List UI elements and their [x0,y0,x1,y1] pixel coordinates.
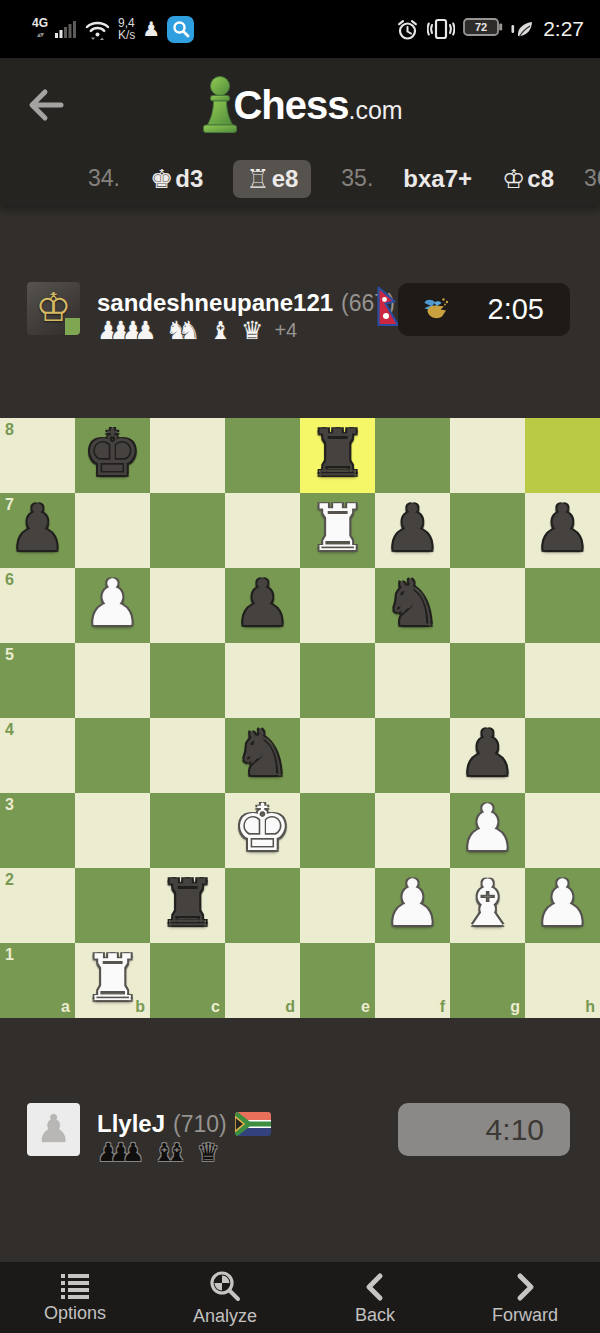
chess-app-screen: 4G ▴▾ 9,4 K/s ♟ [0,0,600,1333]
square-e7[interactable]: ♜ [300,493,375,568]
back-move-button[interactable]: Back [300,1262,450,1333]
move-figurine-icon: ♖ [246,164,269,194]
network-speed-indicator: 9,4 K/s [118,17,135,41]
captured-piece-group: ♛ [241,318,263,343]
square-d2[interactable] [225,868,300,943]
top-player-username: sandeshneupane121 [97,289,333,317]
square-b4[interactable] [75,718,150,793]
square-c4[interactable] [150,718,225,793]
square-h5[interactable] [525,643,600,718]
square-f7[interactable]: ♟ [375,493,450,568]
bottom-player-clock: 4:10 [398,1103,570,1156]
network-speed-unit: K/s [118,29,135,41]
square-e2[interactable] [300,868,375,943]
square-c2[interactable]: ♜ [150,868,225,943]
piece-white-rook: ♜ [84,946,141,1010]
piece-white-pawn: ♟ [84,571,141,635]
status-right-cluster: 72 2:27 [396,17,584,41]
square-b7[interactable] [75,493,150,568]
square-f6[interactable]: ♞ [375,568,450,643]
square-f3[interactable] [375,793,450,868]
south-africa-flag-icon [235,1112,271,1136]
square-b5[interactable] [75,643,150,718]
move-text: d3 [175,165,203,193]
square-g7[interactable] [450,493,525,568]
network-type-label: 4G [32,18,48,29]
square-d3[interactable]: ♚ [225,793,300,868]
analyze-icon [209,1270,242,1303]
square-c1[interactable]: c [150,943,225,1018]
piece-white-pawn: ♟ [459,796,516,860]
battery-indicator: 72 [463,17,503,41]
captured-piece: ♝ [210,318,232,343]
captured-piece-group: ♛ [197,1140,219,1165]
forward-label: Forward [492,1305,558,1326]
rank-label-4: 4 [5,722,14,738]
move-text: bxa7+ [403,165,472,193]
analyze-label: Analyze [193,1306,257,1327]
file-label-h: h [585,999,595,1015]
rank-label-8: 8 [5,422,14,438]
piece-white-pawn: ♟ [384,871,441,935]
square-a7[interactable]: 7♟ [0,493,75,568]
file-label-f: f [440,999,445,1015]
chess-board: 8♚♜7♟♜♟♟6♟♟♞54♞♟3♚♟2♜♟♝♟1ab♜cdefgh [0,418,600,1018]
rank-label-1: 1 [5,947,14,963]
chevron-left-icon [362,1272,388,1302]
square-f2[interactable]: ♟ [375,868,450,943]
top-player-avatar[interactable]: ♔ [27,282,80,335]
square-a8[interactable]: 8 [0,418,75,493]
avatar-green-corner [65,318,80,335]
square-d8[interactable] [225,418,300,493]
square-e3[interactable] [300,793,375,868]
captured-piece-group: ♝ [210,318,232,343]
move-figurine-icon: ♚ [150,164,173,194]
move-list-bar: 34.♚d3♖e835.bxa7+♔c836 [0,152,600,205]
file-label-c: c [211,999,220,1015]
search-app-icon [167,16,194,43]
square-h3[interactable] [525,793,600,868]
bird-flair-icon [422,297,450,323]
rank-label-5: 5 [5,647,14,663]
file-label-g: g [510,999,520,1015]
square-d6[interactable]: ♟ [225,568,300,643]
square-a2[interactable]: 2 [0,868,75,943]
chesscom-logo-text: Chess [233,83,348,128]
forward-move-button[interactable]: Forward [450,1262,600,1333]
piece-black-pawn: ♟ [534,496,591,560]
piece-black-pawn: ♟ [384,496,441,560]
piece-black-pawn: ♟ [234,571,291,635]
bottom-player-username: LlyleJ [97,1110,165,1138]
square-g2[interactable]: ♝ [450,868,525,943]
options-label: Options [44,1303,106,1324]
piece-black-rook: ♜ [309,421,366,485]
rank-label-2: 2 [5,872,14,888]
square-g5[interactable] [450,643,525,718]
captured-piece: ♟ [134,318,156,343]
square-h2[interactable]: ♟ [525,868,600,943]
square-e1[interactable]: e [300,943,375,1018]
move-d3[interactable]: ♚d3 [150,164,203,194]
move-bxa7+[interactable]: bxa7+ [403,165,472,193]
square-e8[interactable]: ♜ [300,418,375,493]
square-e6[interactable] [300,568,375,643]
move-number: 36 [584,165,600,192]
captured-piece-group: ♞♞ [166,318,201,343]
chesscom-logo: Chess .com [0,58,600,152]
captured-piece: ♞ [178,318,200,343]
square-c5[interactable] [150,643,225,718]
vibrate-mode-icon [427,17,455,41]
rank-label-3: 3 [5,797,14,813]
square-d5[interactable] [225,643,300,718]
square-a4[interactable]: 4 [0,718,75,793]
bottom-player-rating: (710) [173,1111,227,1138]
top-player-section: ♔ sandeshneupane121 (667) ♟♟♟♟♞♞♝♛+4 2:0… [0,205,600,418]
chess-notification-pawn-icon: ♟ [142,19,160,39]
bottom-player-captured-pieces: ♟♟♟♝♝♛ [97,1140,229,1165]
square-d4[interactable]: ♞ [225,718,300,793]
square-b2[interactable] [75,868,150,943]
captured-piece: ♟ [122,1140,144,1165]
piece-black-pawn: ♟ [459,721,516,785]
piece-white-bishop: ♝ [459,871,516,935]
captured-piece-group: ♟♟♟ [97,1140,144,1165]
captured-piece: ♛ [197,1140,219,1165]
square-g3[interactable]: ♟ [450,793,525,868]
bottom-player-section: ♟ LlyleJ (710) ♟♟♟♝♝♛ 4:10 [0,1018,600,1262]
bottom-player-avatar[interactable]: ♟ [27,1103,80,1156]
square-c7[interactable] [150,493,225,568]
move-c8[interactable]: ♔c8 [502,164,554,194]
captured-piece: ♛ [241,318,263,343]
piece-black-knight: ♞ [234,721,291,785]
piece-black-king: ♚ [84,421,141,485]
top-player-captured-pieces: ♟♟♟♟♞♞♝♛+4 [97,318,297,343]
material-advantage: +4 [274,319,297,342]
chesscom-logo-pawn-icon [197,72,243,134]
square-g4[interactable]: ♟ [450,718,525,793]
square-d7[interactable] [225,493,300,568]
network-traffic-arrows-icon: ▴▾ [37,29,43,40]
square-f4[interactable] [375,718,450,793]
captured-piece-group: ♟♟♟♟ [97,318,157,343]
square-b3[interactable] [75,793,150,868]
square-a3[interactable]: 3 [0,793,75,868]
square-g1[interactable]: g [450,943,525,1018]
rank-label-6: 6 [5,572,14,588]
square-a1[interactable]: 1a [0,943,75,1018]
square-h7[interactable]: ♟ [525,493,600,568]
square-c3[interactable] [150,793,225,868]
app-header: Chess .com [0,58,600,152]
square-a6[interactable]: 6 [0,568,75,643]
square-f5[interactable] [375,643,450,718]
status-bar: 4G ▴▾ 9,4 K/s ♟ [0,0,600,58]
avatar-gray-pawn-image: ♟ [27,1107,80,1151]
bottom-player-time: 4:10 [486,1113,544,1147]
bottom-player-name-row[interactable]: LlyleJ (710) [97,1110,271,1138]
top-player-name-row[interactable]: sandeshneupane121 (667) [97,289,395,317]
move-text: c8 [527,165,554,193]
move-figurine-icon: ♔ [502,164,525,194]
network-type-indicator: 4G ▴▾ [32,18,48,40]
square-b6[interactable]: ♟ [75,568,150,643]
square-f1[interactable]: f [375,943,450,1018]
signal-strength-icon [55,19,77,39]
square-a5[interactable]: 5 [0,643,75,718]
square-h4[interactable] [525,718,600,793]
system-clock: 2:27 [543,17,584,41]
square-h1[interactable]: h [525,943,600,1018]
piece-white-king: ♚ [234,796,291,860]
top-player-clock: 2:05 [398,283,570,336]
battery-percent: 72 [466,21,496,33]
square-e5[interactable] [300,643,375,718]
alarm-clock-icon [396,18,419,41]
square-h8[interactable] [525,418,600,493]
piece-white-rook: ♜ [309,496,366,560]
nepal-flag-icon [377,286,399,332]
move-text: e8 [272,165,299,193]
power-saving-leaf-icon [511,19,535,39]
move-number: 35. [341,165,373,192]
options-button[interactable]: Options [0,1262,150,1333]
square-c8[interactable] [150,418,225,493]
square-f8[interactable] [375,418,450,493]
move-e8-current[interactable]: ♖e8 [233,160,311,198]
square-d1[interactable]: d [225,943,300,1018]
file-label-d: d [285,999,295,1015]
square-b1[interactable]: b♜ [75,943,150,1018]
square-h6[interactable] [525,568,600,643]
square-g8[interactable] [450,418,525,493]
move-number: 34. [88,165,120,192]
file-label-e: e [361,999,370,1015]
piece-white-pawn: ♟ [534,871,591,935]
piece-black-knight: ♞ [384,571,441,635]
options-list-icon [59,1273,91,1300]
chevron-right-icon [512,1272,538,1302]
back-label: Back [355,1305,395,1326]
captured-piece-group: ♝♝ [153,1140,188,1165]
captured-piece: ♝ [166,1140,188,1165]
square-g6[interactable] [450,568,525,643]
wifi-icon [84,19,111,40]
status-left-cluster: 4G ▴▾ 9,4 K/s ♟ [32,16,194,43]
chesscom-logo-suffix: .com [348,96,402,125]
square-b8[interactable]: ♚ [75,418,150,493]
bottom-nav: Options Analyze Back Forward [0,1262,600,1333]
file-label-a: a [61,999,70,1015]
square-c6[interactable] [150,568,225,643]
piece-black-rook: ♜ [159,871,216,935]
top-player-time: 2:05 [488,293,544,326]
back-arrow-icon[interactable] [24,86,66,124]
analyze-button[interactable]: Analyze [150,1262,300,1333]
square-e4[interactable] [300,718,375,793]
piece-black-pawn: ♟ [9,496,66,560]
